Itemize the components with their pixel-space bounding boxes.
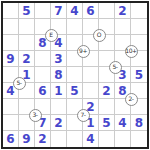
clue-circle-9plus: 9+	[77, 45, 90, 58]
board-cell-r8c8[interactable]: 4	[115, 115, 131, 131]
board-cell-r9c5[interactable]	[67, 131, 83, 147]
board-cell-r5c6[interactable]	[83, 67, 99, 83]
board-cell-r4c2[interactable]: 2	[19, 51, 35, 67]
board-cell-r5c4[interactable]: 8	[51, 67, 67, 83]
board-cell-r7c7[interactable]	[99, 99, 115, 115]
board-cell-r3c2[interactable]	[19, 35, 35, 51]
board-cell-r2c1[interactable]	[3, 19, 19, 35]
board-cell-r9c2[interactable]: 9	[19, 131, 35, 147]
board-cell-r4c4[interactable]: 3	[51, 51, 67, 67]
board-cell-r5c3[interactable]	[35, 67, 51, 83]
board-cell-r1c5[interactable]: 4	[67, 3, 83, 19]
board-cell-r1c4[interactable]: 7	[51, 3, 67, 19]
board-cell-r9c1[interactable]: 6	[3, 131, 19, 147]
clue-circle-e: E	[45, 29, 58, 42]
board-cell-r1c1[interactable]	[3, 3, 19, 19]
board-cell-r6c4[interactable]: 1	[51, 83, 67, 99]
board-cell-r4c3[interactable]	[35, 51, 51, 67]
board-cell-r1c8[interactable]: 2	[115, 3, 131, 19]
board-cell-r1c9[interactable]	[131, 3, 147, 19]
board-grid: 5746284923183546152827215486924	[3, 3, 147, 147]
board-cell-r2c5[interactable]	[67, 19, 83, 35]
board-cell-r7c1[interactable]	[3, 99, 19, 115]
board-cell-r2c9[interactable]	[131, 19, 147, 35]
board-cell-r1c6[interactable]: 6	[83, 3, 99, 19]
board-cell-r4c1[interactable]: 9	[3, 51, 19, 67]
board-cell-r7c4[interactable]	[51, 99, 67, 115]
board-cell-r9c9[interactable]	[131, 131, 147, 147]
clue-circle-o: O	[93, 29, 106, 42]
clue-circle-7minus: 7-	[77, 109, 90, 122]
board-cell-r5c5[interactable]	[67, 67, 83, 83]
board-cell-r9c3[interactable]: 2	[35, 131, 51, 147]
board-cell-r9c7[interactable]	[99, 131, 115, 147]
board-cell-r6c5[interactable]: 5	[67, 83, 83, 99]
clue-circle-10plus: 10+	[125, 45, 138, 58]
board-cell-r9c4[interactable]	[51, 131, 67, 147]
board-cell-r6c6[interactable]	[83, 83, 99, 99]
mathrax-board: 5746284923183546152827215486924 EO9+10+5…	[1, 1, 149, 149]
board-cell-r8c9[interactable]: 8	[131, 115, 147, 131]
clue-circle-5minus: 5-	[109, 61, 122, 74]
board-cell-r1c2[interactable]: 5	[19, 3, 35, 19]
board-cell-r9c6[interactable]: 4	[83, 131, 99, 147]
clue-circle-3minus: 3-	[29, 109, 42, 122]
board-cell-r2c8[interactable]	[115, 19, 131, 35]
clue-circle-2minus: 2-	[125, 93, 138, 106]
board-cell-r1c7[interactable]	[99, 3, 115, 19]
board-cell-r2c2[interactable]	[19, 19, 35, 35]
board-cell-r3c1[interactable]	[3, 35, 19, 51]
board-cell-r1c3[interactable]	[35, 3, 51, 19]
board-cell-r8c4[interactable]: 2	[51, 115, 67, 131]
board-cell-r6c7[interactable]: 2	[99, 83, 115, 99]
board-cell-r9c8[interactable]	[115, 131, 131, 147]
board-cell-r6c3[interactable]: 6	[35, 83, 51, 99]
board-cell-r8c1[interactable]	[3, 115, 19, 131]
clue-circle-5minus: 5-	[13, 77, 26, 90]
board-cell-r5c9[interactable]: 5	[131, 67, 147, 83]
board-cell-r8c7[interactable]: 5	[99, 115, 115, 131]
